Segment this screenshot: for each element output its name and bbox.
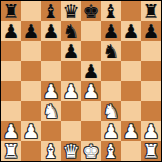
square-f1[interactable]: ♝: [101, 141, 121, 161]
piece-black-queen[interactable]: ♛: [62, 1, 79, 21]
square-c8[interactable]: ♝: [41, 1, 61, 21]
square-e6[interactable]: [81, 41, 101, 61]
square-c5[interactable]: [41, 61, 61, 81]
square-a7[interactable]: ♟: [1, 21, 21, 41]
piece-black-pawn[interactable]: ♟: [122, 21, 139, 41]
square-g3[interactable]: [121, 101, 141, 121]
square-h6[interactable]: [141, 41, 161, 61]
piece-black-knight[interactable]: ♞: [62, 21, 79, 41]
square-h4[interactable]: [141, 81, 161, 101]
square-b7[interactable]: ♟: [21, 21, 41, 41]
piece-black-pawn[interactable]: ♟: [62, 41, 79, 61]
piece-white-pawn[interactable]: ♟: [62, 81, 79, 101]
square-b6[interactable]: [21, 41, 41, 61]
piece-white-knight[interactable]: ♞: [42, 101, 59, 121]
square-d4[interactable]: ♟: [61, 81, 81, 101]
square-f4[interactable]: [101, 81, 121, 101]
piece-black-rook[interactable]: ♜: [2, 1, 19, 21]
square-f7[interactable]: ♟: [101, 21, 121, 41]
square-d7[interactable]: ♞: [61, 21, 81, 41]
piece-black-pawn[interactable]: ♟: [142, 21, 159, 41]
square-a2[interactable]: ♟: [1, 121, 21, 141]
piece-black-pawn[interactable]: ♟: [42, 21, 59, 41]
square-g7[interactable]: ♟: [121, 21, 141, 41]
square-c2[interactable]: [41, 121, 61, 141]
piece-black-king[interactable]: ♚: [82, 1, 99, 21]
chess-board-frame: ♜♝♛♚♝♜♟♟♟♞♟♟♟♟♞♟♟♟♟♞♞♟♟♟♟♟♜♝♛♚♝♜: [0, 0, 162, 162]
piece-black-pawn[interactable]: ♟: [22, 21, 39, 41]
square-d5[interactable]: [61, 61, 81, 81]
piece-white-pawn[interactable]: ♟: [122, 121, 139, 141]
square-h7[interactable]: ♟: [141, 21, 161, 41]
square-f2[interactable]: ♟: [101, 121, 121, 141]
square-b4[interactable]: [21, 81, 41, 101]
square-a6[interactable]: [1, 41, 21, 61]
square-b2[interactable]: ♟: [21, 121, 41, 141]
square-d6[interactable]: ♟: [61, 41, 81, 61]
piece-white-pawn[interactable]: ♟: [142, 121, 159, 141]
piece-white-rook[interactable]: ♜: [2, 141, 19, 161]
square-g1[interactable]: [121, 141, 141, 161]
square-e1[interactable]: ♚: [81, 141, 101, 161]
square-a1[interactable]: ♜: [1, 141, 21, 161]
piece-black-pawn[interactable]: ♟: [2, 21, 19, 41]
square-a8[interactable]: ♜: [1, 1, 21, 21]
square-e2[interactable]: [81, 121, 101, 141]
square-h1[interactable]: ♜: [141, 141, 161, 161]
piece-white-bishop[interactable]: ♝: [102, 141, 119, 161]
square-c4[interactable]: ♟: [41, 81, 61, 101]
square-e5[interactable]: ♟: [81, 61, 101, 81]
piece-white-pawn[interactable]: ♟: [102, 121, 119, 141]
piece-black-pawn[interactable]: ♟: [102, 21, 119, 41]
square-c7[interactable]: ♟: [41, 21, 61, 41]
square-c1[interactable]: ♝: [41, 141, 61, 161]
piece-black-knight[interactable]: ♞: [102, 41, 119, 61]
square-d8[interactable]: ♛: [61, 1, 81, 21]
square-d3[interactable]: [61, 101, 81, 121]
square-g6[interactable]: [121, 41, 141, 61]
chess-board: ♜♝♛♚♝♜♟♟♟♞♟♟♟♟♞♟♟♟♟♞♞♟♟♟♟♟♜♝♛♚♝♜: [1, 1, 161, 161]
square-b1[interactable]: [21, 141, 41, 161]
piece-black-rook[interactable]: ♜: [142, 1, 159, 21]
square-f3[interactable]: ♞: [101, 101, 121, 121]
square-f5[interactable]: [101, 61, 121, 81]
square-e4[interactable]: ♟: [81, 81, 101, 101]
piece-white-pawn[interactable]: ♟: [42, 81, 59, 101]
square-e3[interactable]: [81, 101, 101, 121]
piece-white-pawn[interactable]: ♟: [82, 81, 99, 101]
piece-black-pawn[interactable]: ♟: [82, 61, 99, 81]
square-e7[interactable]: [81, 21, 101, 41]
piece-white-pawn[interactable]: ♟: [22, 121, 39, 141]
piece-white-knight[interactable]: ♞: [102, 101, 119, 121]
square-g2[interactable]: ♟: [121, 121, 141, 141]
square-a3[interactable]: [1, 101, 21, 121]
piece-white-queen[interactable]: ♛: [62, 141, 79, 161]
piece-white-bishop[interactable]: ♝: [42, 141, 59, 161]
square-g8[interactable]: [121, 1, 141, 21]
piece-white-pawn[interactable]: ♟: [2, 121, 19, 141]
square-g4[interactable]: [121, 81, 141, 101]
square-g5[interactable]: [121, 61, 141, 81]
square-f8[interactable]: ♝: [101, 1, 121, 21]
piece-black-bishop[interactable]: ♝: [102, 1, 119, 21]
square-c6[interactable]: [41, 41, 61, 61]
square-b5[interactable]: [21, 61, 41, 81]
square-h8[interactable]: ♜: [141, 1, 161, 21]
square-h2[interactable]: ♟: [141, 121, 161, 141]
piece-white-king[interactable]: ♚: [82, 141, 99, 161]
square-d2[interactable]: [61, 121, 81, 141]
square-e8[interactable]: ♚: [81, 1, 101, 21]
square-b3[interactable]: [21, 101, 41, 121]
square-h5[interactable]: [141, 61, 161, 81]
square-a5[interactable]: [1, 61, 21, 81]
square-b8[interactable]: [21, 1, 41, 21]
square-c3[interactable]: ♞: [41, 101, 61, 121]
square-f6[interactable]: ♞: [101, 41, 121, 61]
square-h3[interactable]: [141, 101, 161, 121]
square-d1[interactable]: ♛: [61, 141, 81, 161]
piece-black-bishop[interactable]: ♝: [42, 1, 59, 21]
square-a4[interactable]: [1, 81, 21, 101]
piece-white-rook[interactable]: ♜: [142, 141, 159, 161]
